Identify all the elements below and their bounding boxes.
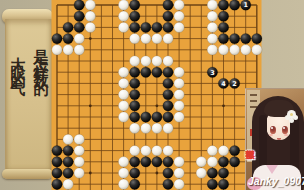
star-point — [222, 104, 225, 107]
star-point — [89, 104, 92, 107]
stone-black — [63, 157, 73, 167]
stone-black — [141, 22, 151, 32]
stone-black — [229, 157, 239, 167]
stone-black — [152, 67, 162, 77]
stone-black — [152, 22, 162, 32]
stone-white — [207, 0, 217, 10]
stone-black — [163, 112, 173, 122]
stone-white — [174, 78, 184, 88]
stone-black — [207, 179, 217, 189]
avatar-blush-left — [269, 134, 273, 136]
stone-white — [174, 112, 184, 122]
stone-black — [141, 67, 151, 77]
stone-black — [241, 33, 251, 43]
stone-black — [130, 89, 140, 99]
stone-black — [130, 11, 140, 21]
stone-black — [130, 168, 140, 178]
stone-black — [218, 22, 228, 32]
stone-black — [130, 0, 140, 10]
stone-black — [63, 145, 73, 155]
stone-white — [63, 179, 73, 189]
stone-white — [118, 168, 128, 178]
stone-white — [174, 67, 184, 77]
stone-black — [74, 11, 84, 21]
stone-black — [130, 157, 140, 167]
stone-white — [118, 67, 128, 77]
stone-white — [118, 112, 128, 122]
stone-black — [130, 101, 140, 111]
stone-white — [74, 168, 84, 178]
stone-black — [141, 157, 151, 167]
stone-black — [163, 89, 173, 99]
stone-white — [118, 179, 128, 189]
stone-black — [163, 168, 173, 178]
stone-black — [207, 168, 217, 178]
star-point — [89, 37, 92, 40]
stone-white — [118, 11, 128, 21]
stone-white — [152, 33, 162, 43]
stone-black — [63, 33, 73, 43]
stone-white — [152, 145, 162, 155]
stone-white — [63, 134, 73, 144]
stone-white — [63, 45, 73, 55]
stone-white — [163, 145, 173, 155]
stone-black — [218, 0, 228, 10]
stone-black — [152, 112, 162, 122]
stone-white — [141, 123, 151, 133]
stone-white — [74, 134, 84, 144]
avatar-flower-accessory — [287, 110, 296, 119]
stone-white — [174, 22, 184, 32]
stone-black — [63, 168, 73, 178]
stone-white — [85, 11, 95, 21]
stone-white — [52, 45, 62, 55]
stone-black — [152, 157, 162, 167]
stone-white — [74, 45, 84, 55]
stone-white — [207, 145, 217, 155]
avatar-mouth — [277, 138, 281, 140]
stone-black — [130, 78, 140, 88]
stone-white — [207, 22, 217, 32]
stone-black — [74, 0, 84, 10]
stone-white — [141, 145, 151, 155]
stone-black — [163, 179, 173, 189]
stone-white — [74, 33, 84, 43]
stone-number-label: 1 — [243, 1, 248, 9]
stone-black — [163, 0, 173, 10]
stone-white — [118, 89, 128, 99]
star-point — [156, 172, 159, 175]
stone-black — [74, 22, 84, 32]
stone-black — [252, 33, 262, 43]
stone-black — [218, 179, 228, 189]
stone-white — [163, 123, 173, 133]
stone-black — [52, 168, 62, 178]
stone-black — [163, 101, 173, 111]
stone-black — [141, 112, 151, 122]
stone-white — [141, 33, 151, 43]
stone-white — [118, 0, 128, 10]
stone-black — [229, 145, 239, 155]
stone-white — [218, 145, 228, 155]
stone-black — [218, 11, 228, 21]
avatar-eye-right — [282, 126, 288, 134]
star-point — [89, 172, 92, 175]
stone-white — [130, 145, 140, 155]
stone-black — [218, 33, 228, 43]
stone-white — [241, 45, 251, 55]
stone-white — [229, 45, 239, 55]
stone-number-label: 2 — [232, 80, 237, 88]
stone-black — [63, 22, 73, 32]
stone-black — [163, 157, 173, 167]
stone-black — [130, 22, 140, 32]
stone-white — [74, 157, 84, 167]
stone-number-label: 4 — [221, 80, 226, 88]
stone-white — [85, 22, 95, 32]
stone-black — [130, 179, 140, 189]
stone-white — [207, 157, 217, 167]
stone-white — [207, 11, 217, 21]
stone-white — [174, 0, 184, 10]
stone-white — [207, 45, 217, 55]
stone-white — [196, 157, 206, 167]
username-watermark: Janky_0907 — [248, 175, 304, 187]
stone-white — [152, 123, 162, 133]
stone-black — [218, 157, 228, 167]
stone-white — [174, 11, 184, 21]
stone-black — [52, 145, 62, 155]
stone-black — [52, 157, 62, 167]
avatar-collar — [266, 165, 278, 174]
stone-white — [174, 168, 184, 178]
stone-white — [130, 33, 140, 43]
stone-black — [163, 78, 173, 88]
stone-white — [118, 101, 128, 111]
stone-number-label: 3 — [210, 69, 215, 77]
stone-white — [130, 56, 140, 66]
stone-white — [207, 33, 217, 43]
stone-white — [118, 22, 128, 32]
stone-white — [163, 56, 173, 66]
stone-white — [252, 45, 262, 55]
stone-black — [52, 179, 62, 189]
stone-black — [163, 11, 173, 21]
stone-black — [130, 112, 140, 122]
star-point — [156, 104, 159, 107]
stone-white — [74, 145, 84, 155]
avatar-eye-left — [270, 126, 276, 134]
stone-black — [163, 22, 173, 32]
stone-black — [163, 67, 173, 77]
avatar-blush-right — [284, 134, 288, 136]
stone-black — [229, 33, 239, 43]
stone-white — [174, 89, 184, 99]
stone-black — [130, 67, 140, 77]
stone-black — [52, 33, 62, 43]
stone-white — [118, 78, 128, 88]
stone-white — [196, 168, 206, 178]
stone-white — [174, 179, 184, 189]
stone-white — [85, 0, 95, 10]
stone-white — [174, 101, 184, 111]
stone-black — [218, 168, 228, 178]
stone-white — [118, 157, 128, 167]
stone-white — [218, 45, 228, 55]
stone-white — [152, 56, 162, 66]
stone-white — [130, 123, 140, 133]
stone-white — [163, 33, 173, 43]
stone-white — [141, 56, 151, 66]
stone-black — [229, 0, 239, 10]
stone-white — [174, 157, 184, 167]
video-frame: 是怎样数的 大眼的气 1342 学棋可加微 Janky_0907 — [0, 0, 304, 190]
